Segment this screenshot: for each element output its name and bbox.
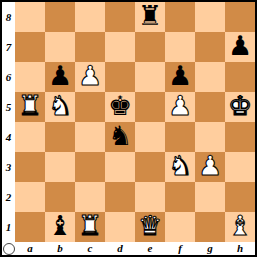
square-d7[interactable]: [105, 32, 135, 62]
file-label-d: d: [105, 242, 135, 255]
square-e8[interactable]: ♜: [135, 2, 165, 32]
square-c8[interactable]: [75, 2, 105, 32]
square-c6[interactable]: ♟: [75, 62, 105, 92]
square-b5[interactable]: ♞: [45, 92, 75, 122]
square-a1[interactable]: [15, 212, 45, 242]
square-h5[interactable]: ♚: [225, 92, 255, 122]
square-g1[interactable]: [195, 212, 225, 242]
rank-label-3: 3: [2, 152, 15, 182]
square-h8[interactable]: [225, 2, 255, 32]
piece-black-bishop[interactable]: ♝: [48, 211, 72, 241]
square-d4[interactable]: ♞: [105, 122, 135, 152]
square-c5[interactable]: [75, 92, 105, 122]
square-e3[interactable]: [135, 152, 165, 182]
rank-label-7: 7: [2, 32, 15, 62]
square-c4[interactable]: [75, 122, 105, 152]
rank-label-4: 4: [2, 122, 15, 152]
piece-white-pawn[interactable]: ♟: [78, 61, 102, 91]
piece-black-rook[interactable]: ♜: [138, 1, 162, 31]
square-h3[interactable]: [225, 152, 255, 182]
file-label-b: b: [45, 242, 75, 255]
file-label-a: a: [15, 242, 45, 255]
square-d8[interactable]: [105, 2, 135, 32]
square-c3[interactable]: [75, 152, 105, 182]
piece-white-pawn[interactable]: ♟: [198, 151, 222, 181]
square-d6[interactable]: [105, 62, 135, 92]
piece-white-king[interactable]: ♚: [228, 91, 252, 121]
square-a7[interactable]: [15, 32, 45, 62]
square-f6[interactable]: ♟: [165, 62, 195, 92]
file-label-g: g: [195, 242, 225, 255]
rank-label-6: 6: [2, 62, 15, 92]
square-a3[interactable]: [15, 152, 45, 182]
square-b8[interactable]: [45, 2, 75, 32]
piece-black-king[interactable]: ♚: [108, 91, 132, 121]
square-f4[interactable]: [165, 122, 195, 152]
square-h2[interactable]: [225, 182, 255, 212]
square-b4[interactable]: [45, 122, 75, 152]
rank-label-5: 5: [2, 92, 15, 122]
square-a6[interactable]: [15, 62, 45, 92]
square-a4[interactable]: [15, 122, 45, 152]
piece-black-pawn[interactable]: ♟: [48, 61, 72, 91]
square-d1[interactable]: [105, 212, 135, 242]
square-f3[interactable]: ♞: [165, 152, 195, 182]
piece-white-knight[interactable]: ♞: [48, 91, 72, 121]
square-c2[interactable]: [75, 182, 105, 212]
square-g6[interactable]: [195, 62, 225, 92]
square-e6[interactable]: [135, 62, 165, 92]
square-d2[interactable]: [105, 182, 135, 212]
square-d5[interactable]: ♚: [105, 92, 135, 122]
square-f8[interactable]: [165, 2, 195, 32]
square-c1[interactable]: ♜: [75, 212, 105, 242]
piece-black-knight[interactable]: ♞: [108, 121, 132, 151]
rank-label-8: 8: [2, 2, 15, 32]
rank-label-1: 1: [2, 212, 15, 242]
square-h4[interactable]: [225, 122, 255, 152]
square-g8[interactable]: [195, 2, 225, 32]
chess-board-frame: 8♜7♟6♟♟♟5♜♞♚♟♚4♞3♞♟21♝♜♛♝abcdefgh: [0, 0, 257, 257]
square-a8[interactable]: [15, 2, 45, 32]
square-b6[interactable]: ♟: [45, 62, 75, 92]
chess-board: 8♜7♟6♟♟♟5♜♞♚♟♚4♞3♞♟21♝♜♛♝abcdefgh: [2, 2, 255, 255]
square-b3[interactable]: [45, 152, 75, 182]
square-f7[interactable]: [165, 32, 195, 62]
square-e2[interactable]: [135, 182, 165, 212]
square-g2[interactable]: [195, 182, 225, 212]
piece-black-pawn[interactable]: ♟: [168, 61, 192, 91]
file-label-e: e: [135, 242, 165, 255]
piece-black-pawn[interactable]: ♟: [228, 31, 252, 61]
square-b2[interactable]: [45, 182, 75, 212]
piece-white-queen[interactable]: ♛: [138, 211, 162, 241]
square-g3[interactable]: ♟: [195, 152, 225, 182]
white-to-move-indicator-circle-icon: [3, 243, 15, 255]
square-e1[interactable]: ♛: [135, 212, 165, 242]
square-g7[interactable]: [195, 32, 225, 62]
square-h6[interactable]: [225, 62, 255, 92]
piece-white-pawn[interactable]: ♟: [168, 91, 192, 121]
square-g4[interactable]: [195, 122, 225, 152]
file-label-c: c: [75, 242, 105, 255]
square-f2[interactable]: [165, 182, 195, 212]
piece-white-rook[interactable]: ♜: [78, 211, 102, 241]
square-b1[interactable]: ♝: [45, 212, 75, 242]
file-label-h: h: [225, 242, 255, 255]
square-a2[interactable]: [15, 182, 45, 212]
square-a5[interactable]: ♜: [15, 92, 45, 122]
square-f1[interactable]: [165, 212, 195, 242]
piece-white-bishop[interactable]: ♝: [228, 211, 252, 241]
square-b7[interactable]: [45, 32, 75, 62]
square-c7[interactable]: [75, 32, 105, 62]
square-e7[interactable]: [135, 32, 165, 62]
piece-white-knight[interactable]: ♞: [168, 151, 192, 181]
square-h1[interactable]: ♝: [225, 212, 255, 242]
square-f5[interactable]: ♟: [165, 92, 195, 122]
square-e4[interactable]: [135, 122, 165, 152]
rank-label-2: 2: [2, 182, 15, 212]
file-label-f: f: [165, 242, 195, 255]
piece-white-rook[interactable]: ♜: [18, 91, 42, 121]
square-h7[interactable]: ♟: [225, 32, 255, 62]
square-d3[interactable]: [105, 152, 135, 182]
square-g5[interactable]: [195, 92, 225, 122]
square-e5[interactable]: [135, 92, 165, 122]
turn-indicator-corner: [2, 242, 15, 255]
